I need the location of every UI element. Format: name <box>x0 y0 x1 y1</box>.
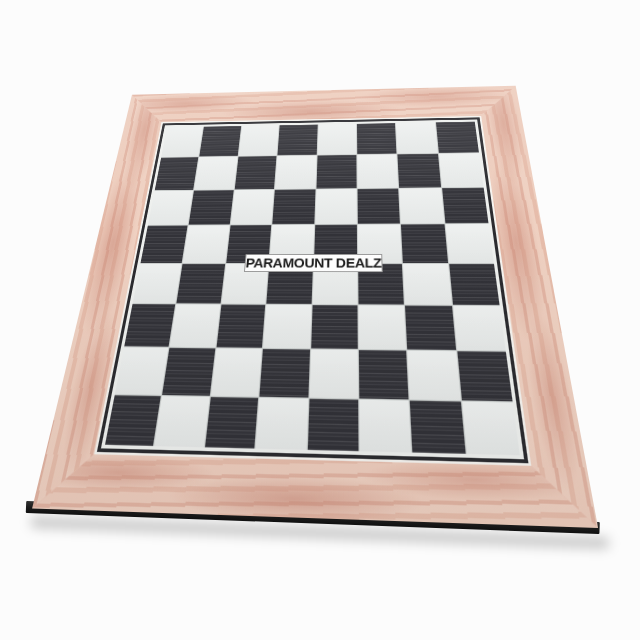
board-grid <box>105 122 520 456</box>
square-b5 <box>183 225 229 262</box>
square-a5 <box>141 226 188 263</box>
square-d2 <box>260 349 310 397</box>
square-f1 <box>359 399 411 452</box>
square-a8 <box>161 127 203 158</box>
square-h2 <box>457 351 513 400</box>
square-b2 <box>163 348 216 395</box>
square-d7 <box>275 156 316 189</box>
square-e6 <box>315 189 357 224</box>
square-e7 <box>316 155 356 188</box>
product-photo[interactable]: PARAMOUNT DEALZ <box>0 0 640 640</box>
square-e3 <box>311 305 358 349</box>
square-a3 <box>124 304 175 347</box>
square-h4 <box>449 263 500 305</box>
square-g6 <box>399 188 444 224</box>
square-h1 <box>462 401 520 455</box>
square-f6 <box>357 188 400 224</box>
square-g8 <box>396 122 438 154</box>
square-d6 <box>272 189 315 224</box>
square-c2 <box>211 349 262 397</box>
square-e1 <box>307 398 358 451</box>
square-f8 <box>357 123 397 154</box>
square-g7 <box>398 154 441 188</box>
square-h5 <box>445 224 494 262</box>
square-h7 <box>439 153 484 187</box>
square-h6 <box>442 187 489 223</box>
square-h8 <box>436 122 479 154</box>
square-g1 <box>410 400 465 454</box>
square-e2 <box>309 350 358 398</box>
brand-label: PARAMOUNT DEALZ <box>244 254 383 272</box>
square-d8 <box>278 125 318 156</box>
checker-field: PARAMOUNT DEALZ <box>97 117 528 463</box>
brand-label-text: PARAMOUNT DEALZ <box>245 256 382 271</box>
square-a1 <box>105 395 161 446</box>
square-b4 <box>177 263 225 303</box>
chess-board: PARAMOUNT DEALZ <box>32 86 598 528</box>
square-b7 <box>194 157 237 190</box>
square-f7 <box>357 155 398 188</box>
square-c7 <box>235 156 277 189</box>
square-c1 <box>205 397 259 449</box>
square-h3 <box>453 306 506 351</box>
square-b6 <box>189 190 234 225</box>
square-b1 <box>155 396 210 448</box>
square-c3 <box>216 304 265 348</box>
square-a7 <box>155 157 199 190</box>
square-d3 <box>263 305 311 349</box>
square-g5 <box>401 224 447 262</box>
square-a6 <box>148 190 193 225</box>
square-f2 <box>359 350 409 399</box>
square-g4 <box>403 263 451 304</box>
square-f3 <box>358 305 406 350</box>
square-g2 <box>408 351 461 400</box>
square-b8 <box>200 126 241 157</box>
square-a4 <box>133 263 182 303</box>
square-a2 <box>115 348 169 395</box>
square-g3 <box>405 305 455 350</box>
square-c8 <box>238 125 279 156</box>
square-b3 <box>170 304 220 347</box>
square-e8 <box>317 124 356 155</box>
square-c6 <box>230 190 274 225</box>
square-d1 <box>256 397 308 449</box>
